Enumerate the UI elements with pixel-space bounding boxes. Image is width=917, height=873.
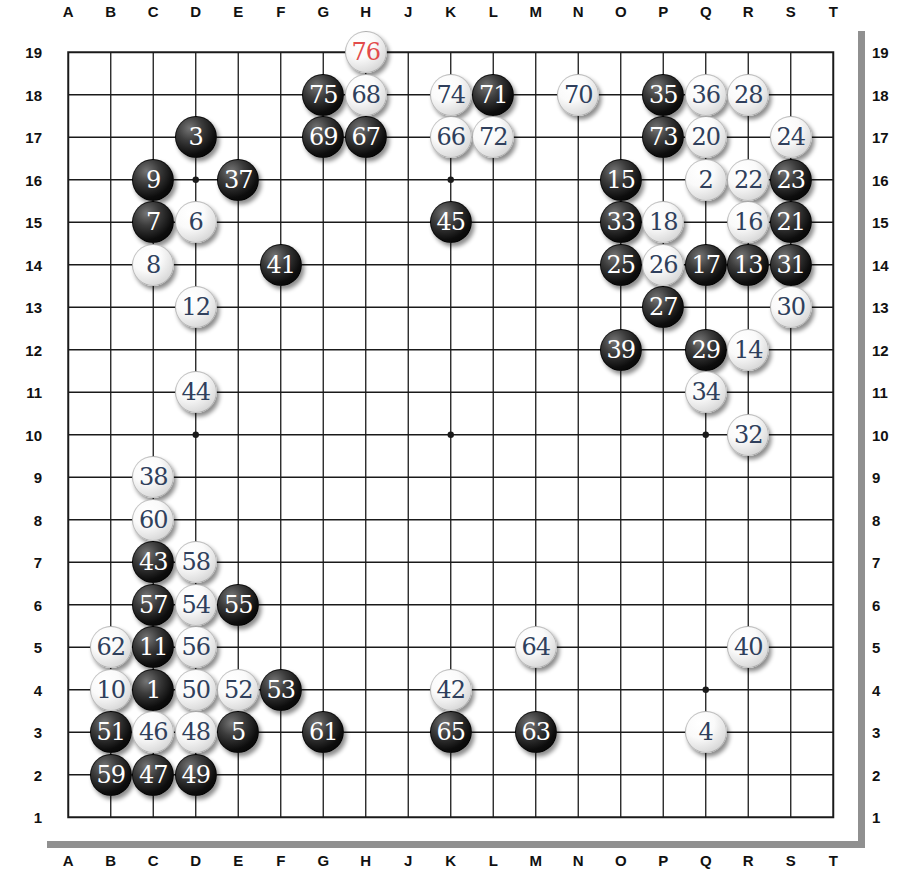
intersection-P16[interactable]	[642, 159, 685, 202]
intersection-T13[interactable]	[812, 286, 855, 329]
intersection-O12[interactable]: 39	[600, 329, 643, 372]
intersection-A14[interactable]	[47, 244, 90, 287]
intersection-K11[interactable]	[430, 371, 473, 414]
intersection-Q15[interactable]	[685, 201, 728, 244]
intersection-G15[interactable]	[302, 201, 345, 244]
intersection-B14[interactable]	[90, 244, 133, 287]
intersection-O3[interactable]	[600, 711, 643, 754]
intersection-C15[interactable]: 7	[132, 201, 175, 244]
intersection-S5[interactable]	[770, 626, 813, 669]
intersection-H3[interactable]	[345, 711, 388, 754]
intersection-E12[interactable]	[217, 329, 260, 372]
intersection-T10[interactable]	[812, 414, 855, 457]
intersection-K19[interactable]	[430, 31, 473, 74]
intersection-D18[interactable]	[175, 74, 218, 117]
intersection-A6[interactable]	[47, 584, 90, 627]
intersection-N8[interactable]	[557, 499, 600, 542]
intersection-T16[interactable]	[812, 159, 855, 202]
intersection-E16[interactable]: 37	[217, 159, 260, 202]
intersection-S9[interactable]	[770, 456, 813, 499]
intersection-L6[interactable]	[472, 584, 515, 627]
intersection-T18[interactable]	[812, 74, 855, 117]
intersection-J10[interactable]	[387, 414, 430, 457]
intersection-B19[interactable]	[90, 31, 133, 74]
intersection-J14[interactable]	[387, 244, 430, 287]
intersection-B6[interactable]	[90, 584, 133, 627]
intersection-L13[interactable]	[472, 286, 515, 329]
intersection-C19[interactable]	[132, 31, 175, 74]
intersection-O13[interactable]	[600, 286, 643, 329]
intersection-E17[interactable]	[217, 116, 260, 159]
intersection-H6[interactable]	[345, 584, 388, 627]
intersection-L12[interactable]	[472, 329, 515, 372]
intersection-E14[interactable]	[217, 244, 260, 287]
intersection-N14[interactable]	[557, 244, 600, 287]
intersection-J8[interactable]	[387, 499, 430, 542]
intersection-K16[interactable]	[430, 159, 473, 202]
intersection-E5[interactable]	[217, 626, 260, 669]
intersection-G10[interactable]	[302, 414, 345, 457]
intersection-F18[interactable]	[260, 74, 303, 117]
intersection-H1[interactable]	[345, 796, 388, 839]
intersection-T4[interactable]	[812, 669, 855, 712]
intersection-R2[interactable]	[727, 754, 770, 797]
intersection-N1[interactable]	[557, 796, 600, 839]
intersection-R4[interactable]	[727, 669, 770, 712]
intersection-L10[interactable]	[472, 414, 515, 457]
intersection-D5[interactable]: 56	[175, 626, 218, 669]
intersection-M16[interactable]	[515, 159, 558, 202]
intersection-F1[interactable]	[260, 796, 303, 839]
intersection-R14[interactable]: 13	[727, 244, 770, 287]
intersection-D14[interactable]	[175, 244, 218, 287]
intersection-S12[interactable]	[770, 329, 813, 372]
intersection-L3[interactable]	[472, 711, 515, 754]
intersection-D19[interactable]	[175, 31, 218, 74]
intersection-C9[interactable]: 38	[132, 456, 175, 499]
intersection-S18[interactable]	[770, 74, 813, 117]
intersection-C10[interactable]	[132, 414, 175, 457]
intersection-A18[interactable]	[47, 74, 90, 117]
intersection-Q7[interactable]	[685, 541, 728, 584]
intersection-S19[interactable]	[770, 31, 813, 74]
intersection-H13[interactable]	[345, 286, 388, 329]
intersection-C4[interactable]: 1	[132, 669, 175, 712]
intersection-H14[interactable]	[345, 244, 388, 287]
intersection-C1[interactable]	[132, 796, 175, 839]
intersection-B9[interactable]	[90, 456, 133, 499]
intersection-H19[interactable]: 76	[345, 31, 388, 74]
intersection-F12[interactable]	[260, 329, 303, 372]
intersection-F3[interactable]	[260, 711, 303, 754]
intersection-L5[interactable]	[472, 626, 515, 669]
intersection-Q12[interactable]: 29	[685, 329, 728, 372]
intersection-H17[interactable]: 67	[345, 116, 388, 159]
intersection-K18[interactable]: 74	[430, 74, 473, 117]
intersection-C17[interactable]	[132, 116, 175, 159]
intersection-B11[interactable]	[90, 371, 133, 414]
intersection-S11[interactable]	[770, 371, 813, 414]
intersection-E9[interactable]	[217, 456, 260, 499]
intersection-L9[interactable]	[472, 456, 515, 499]
intersection-L15[interactable]	[472, 201, 515, 244]
intersection-G1[interactable]	[302, 796, 345, 839]
intersection-M15[interactable]	[515, 201, 558, 244]
intersection-P1[interactable]	[642, 796, 685, 839]
intersection-T2[interactable]	[812, 754, 855, 797]
intersection-O10[interactable]	[600, 414, 643, 457]
intersection-O6[interactable]	[600, 584, 643, 627]
intersection-S7[interactable]	[770, 541, 813, 584]
intersection-F5[interactable]	[260, 626, 303, 669]
intersection-Q13[interactable]	[685, 286, 728, 329]
intersection-M17[interactable]	[515, 116, 558, 159]
intersection-O8[interactable]	[600, 499, 643, 542]
intersection-B2[interactable]: 59	[90, 754, 133, 797]
intersection-N4[interactable]	[557, 669, 600, 712]
intersection-B3[interactable]: 51	[90, 711, 133, 754]
intersection-C2[interactable]: 47	[132, 754, 175, 797]
intersection-H15[interactable]	[345, 201, 388, 244]
intersection-F7[interactable]	[260, 541, 303, 584]
intersection-K8[interactable]	[430, 499, 473, 542]
intersection-Q11[interactable]: 34	[685, 371, 728, 414]
intersection-M9[interactable]	[515, 456, 558, 499]
intersection-Q18[interactable]: 36	[685, 74, 728, 117]
intersection-G11[interactable]	[302, 371, 345, 414]
intersection-A2[interactable]	[47, 754, 90, 797]
intersection-E10[interactable]	[217, 414, 260, 457]
intersection-M3[interactable]: 63	[515, 711, 558, 754]
intersection-K6[interactable]	[430, 584, 473, 627]
intersection-B5[interactable]: 62	[90, 626, 133, 669]
intersection-H18[interactable]: 68	[345, 74, 388, 117]
intersection-A15[interactable]	[47, 201, 90, 244]
intersection-D1[interactable]	[175, 796, 218, 839]
intersection-N19[interactable]	[557, 31, 600, 74]
intersection-C6[interactable]: 57	[132, 584, 175, 627]
intersection-H9[interactable]	[345, 456, 388, 499]
intersection-K15[interactable]: 45	[430, 201, 473, 244]
intersection-S14[interactable]: 31	[770, 244, 813, 287]
intersection-K7[interactable]	[430, 541, 473, 584]
intersection-G12[interactable]	[302, 329, 345, 372]
intersection-A1[interactable]	[47, 796, 90, 839]
intersection-R3[interactable]	[727, 711, 770, 754]
intersection-D10[interactable]	[175, 414, 218, 457]
intersection-L16[interactable]	[472, 159, 515, 202]
intersection-P4[interactable]	[642, 669, 685, 712]
intersection-O17[interactable]	[600, 116, 643, 159]
intersection-S4[interactable]	[770, 669, 813, 712]
intersection-Q8[interactable]	[685, 499, 728, 542]
intersection-H5[interactable]	[345, 626, 388, 669]
intersection-P11[interactable]	[642, 371, 685, 414]
intersection-G19[interactable]	[302, 31, 345, 74]
intersection-P10[interactable]	[642, 414, 685, 457]
intersection-K9[interactable]	[430, 456, 473, 499]
intersection-K3[interactable]: 65	[430, 711, 473, 754]
intersection-R16[interactable]: 22	[727, 159, 770, 202]
intersection-E15[interactable]	[217, 201, 260, 244]
intersection-B4[interactable]: 10	[90, 669, 133, 712]
intersection-K2[interactable]	[430, 754, 473, 797]
intersection-R12[interactable]: 14	[727, 329, 770, 372]
intersection-H4[interactable]	[345, 669, 388, 712]
intersection-G17[interactable]: 69	[302, 116, 345, 159]
intersection-T6[interactable]	[812, 584, 855, 627]
intersection-J7[interactable]	[387, 541, 430, 584]
intersection-S15[interactable]: 21	[770, 201, 813, 244]
intersection-D16[interactable]	[175, 159, 218, 202]
intersection-R17[interactable]	[727, 116, 770, 159]
intersection-M10[interactable]	[515, 414, 558, 457]
intersection-F14[interactable]: 41	[260, 244, 303, 287]
intersection-F16[interactable]	[260, 159, 303, 202]
intersection-D9[interactable]	[175, 456, 218, 499]
intersection-R18[interactable]: 28	[727, 74, 770, 117]
intersection-S8[interactable]	[770, 499, 813, 542]
intersection-M7[interactable]	[515, 541, 558, 584]
intersection-F10[interactable]	[260, 414, 303, 457]
intersection-L14[interactable]	[472, 244, 515, 287]
intersection-O9[interactable]	[600, 456, 643, 499]
intersection-T19[interactable]	[812, 31, 855, 74]
intersection-M13[interactable]	[515, 286, 558, 329]
intersection-E6[interactable]: 55	[217, 584, 260, 627]
intersection-R19[interactable]	[727, 31, 770, 74]
intersection-G6[interactable]	[302, 584, 345, 627]
intersection-A3[interactable]	[47, 711, 90, 754]
intersection-F2[interactable]	[260, 754, 303, 797]
intersection-E7[interactable]	[217, 541, 260, 584]
intersection-A5[interactable]	[47, 626, 90, 669]
intersection-O14[interactable]: 25	[600, 244, 643, 287]
intersection-G16[interactable]	[302, 159, 345, 202]
intersection-D17[interactable]: 3	[175, 116, 218, 159]
intersection-J12[interactable]	[387, 329, 430, 372]
intersection-J11[interactable]	[387, 371, 430, 414]
intersection-S6[interactable]	[770, 584, 813, 627]
intersection-N13[interactable]	[557, 286, 600, 329]
intersection-M11[interactable]	[515, 371, 558, 414]
intersection-P9[interactable]	[642, 456, 685, 499]
intersection-C5[interactable]: 11	[132, 626, 175, 669]
intersection-N7[interactable]	[557, 541, 600, 584]
intersection-R11[interactable]	[727, 371, 770, 414]
intersection-T11[interactable]	[812, 371, 855, 414]
intersection-G2[interactable]	[302, 754, 345, 797]
intersection-O4[interactable]	[600, 669, 643, 712]
intersection-Q14[interactable]: 17	[685, 244, 728, 287]
intersection-N16[interactable]	[557, 159, 600, 202]
intersection-T7[interactable]	[812, 541, 855, 584]
intersection-S16[interactable]: 23	[770, 159, 813, 202]
intersection-R15[interactable]: 16	[727, 201, 770, 244]
intersection-J16[interactable]	[387, 159, 430, 202]
intersection-Q4[interactable]	[685, 669, 728, 712]
intersection-K5[interactable]	[430, 626, 473, 669]
intersection-H11[interactable]	[345, 371, 388, 414]
intersection-A12[interactable]	[47, 329, 90, 372]
intersection-J18[interactable]	[387, 74, 430, 117]
intersection-J5[interactable]	[387, 626, 430, 669]
intersection-O1[interactable]	[600, 796, 643, 839]
intersection-Q6[interactable]	[685, 584, 728, 627]
intersection-Q3[interactable]: 4	[685, 711, 728, 754]
intersection-P14[interactable]: 26	[642, 244, 685, 287]
intersection-J17[interactable]	[387, 116, 430, 159]
intersection-P17[interactable]: 73	[642, 116, 685, 159]
intersection-J19[interactable]	[387, 31, 430, 74]
intersection-A11[interactable]	[47, 371, 90, 414]
intersection-T17[interactable]	[812, 116, 855, 159]
intersection-F8[interactable]	[260, 499, 303, 542]
intersection-C18[interactable]	[132, 74, 175, 117]
intersection-L2[interactable]	[472, 754, 515, 797]
intersection-N15[interactable]	[557, 201, 600, 244]
intersection-Q1[interactable]	[685, 796, 728, 839]
intersection-L4[interactable]	[472, 669, 515, 712]
intersection-N18[interactable]: 70	[557, 74, 600, 117]
intersection-O7[interactable]	[600, 541, 643, 584]
intersection-C13[interactable]	[132, 286, 175, 329]
intersection-E1[interactable]	[217, 796, 260, 839]
intersection-A16[interactable]	[47, 159, 90, 202]
intersection-R5[interactable]: 40	[727, 626, 770, 669]
intersection-N6[interactable]	[557, 584, 600, 627]
intersection-B1[interactable]	[90, 796, 133, 839]
intersection-D12[interactable]	[175, 329, 218, 372]
intersection-O11[interactable]	[600, 371, 643, 414]
intersection-K10[interactable]	[430, 414, 473, 457]
intersection-P18[interactable]: 35	[642, 74, 685, 117]
intersection-R13[interactable]	[727, 286, 770, 329]
intersection-N10[interactable]	[557, 414, 600, 457]
intersection-P8[interactable]	[642, 499, 685, 542]
intersection-T3[interactable]	[812, 711, 855, 754]
intersection-N2[interactable]	[557, 754, 600, 797]
intersection-J2[interactable]	[387, 754, 430, 797]
intersection-F15[interactable]	[260, 201, 303, 244]
intersection-S17[interactable]: 24	[770, 116, 813, 159]
intersection-L7[interactable]	[472, 541, 515, 584]
intersection-Q2[interactable]	[685, 754, 728, 797]
intersection-C12[interactable]	[132, 329, 175, 372]
intersection-K14[interactable]	[430, 244, 473, 287]
intersection-R6[interactable]	[727, 584, 770, 627]
intersection-B7[interactable]	[90, 541, 133, 584]
intersection-M2[interactable]	[515, 754, 558, 797]
intersection-J4[interactable]	[387, 669, 430, 712]
intersection-M4[interactable]	[515, 669, 558, 712]
intersection-S3[interactable]	[770, 711, 813, 754]
intersection-P2[interactable]	[642, 754, 685, 797]
intersection-N11[interactable]	[557, 371, 600, 414]
intersection-D15[interactable]: 6	[175, 201, 218, 244]
intersection-M12[interactable]	[515, 329, 558, 372]
intersection-Q10[interactable]	[685, 414, 728, 457]
intersection-J3[interactable]	[387, 711, 430, 754]
intersection-A13[interactable]	[47, 286, 90, 329]
intersection-E11[interactable]	[217, 371, 260, 414]
intersection-Q17[interactable]: 20	[685, 116, 728, 159]
intersection-K12[interactable]	[430, 329, 473, 372]
intersection-N9[interactable]	[557, 456, 600, 499]
intersection-G8[interactable]	[302, 499, 345, 542]
intersection-H12[interactable]	[345, 329, 388, 372]
intersection-T9[interactable]	[812, 456, 855, 499]
intersection-B13[interactable]	[90, 286, 133, 329]
intersection-K4[interactable]: 42	[430, 669, 473, 712]
intersection-P15[interactable]: 18	[642, 201, 685, 244]
intersection-A8[interactable]	[47, 499, 90, 542]
intersection-D13[interactable]: 12	[175, 286, 218, 329]
intersection-D2[interactable]: 49	[175, 754, 218, 797]
intersection-T14[interactable]	[812, 244, 855, 287]
intersection-F6[interactable]	[260, 584, 303, 627]
intersection-A4[interactable]	[47, 669, 90, 712]
intersection-B8[interactable]	[90, 499, 133, 542]
intersection-D3[interactable]: 48	[175, 711, 218, 754]
intersection-B10[interactable]	[90, 414, 133, 457]
intersection-H10[interactable]	[345, 414, 388, 457]
intersection-K13[interactable]	[430, 286, 473, 329]
intersection-H16[interactable]	[345, 159, 388, 202]
intersection-G3[interactable]: 61	[302, 711, 345, 754]
intersection-D7[interactable]: 58	[175, 541, 218, 584]
intersection-J13[interactable]	[387, 286, 430, 329]
intersection-Q16[interactable]: 2	[685, 159, 728, 202]
intersection-F4[interactable]: 53	[260, 669, 303, 712]
intersection-T12[interactable]	[812, 329, 855, 372]
intersection-P5[interactable]	[642, 626, 685, 669]
intersection-L1[interactable]	[472, 796, 515, 839]
intersection-G9[interactable]	[302, 456, 345, 499]
intersection-L19[interactable]	[472, 31, 515, 74]
intersection-N12[interactable]	[557, 329, 600, 372]
intersection-S2[interactable]	[770, 754, 813, 797]
intersection-D6[interactable]: 54	[175, 584, 218, 627]
intersection-K17[interactable]: 66	[430, 116, 473, 159]
intersection-H2[interactable]	[345, 754, 388, 797]
intersection-T5[interactable]	[812, 626, 855, 669]
intersection-M14[interactable]	[515, 244, 558, 287]
intersection-E4[interactable]: 52	[217, 669, 260, 712]
intersection-F9[interactable]	[260, 456, 303, 499]
intersection-L17[interactable]: 72	[472, 116, 515, 159]
intersection-P19[interactable]	[642, 31, 685, 74]
intersection-C16[interactable]: 9	[132, 159, 175, 202]
intersection-P7[interactable]	[642, 541, 685, 584]
intersection-S10[interactable]	[770, 414, 813, 457]
intersection-E18[interactable]	[217, 74, 260, 117]
intersection-P3[interactable]	[642, 711, 685, 754]
intersection-R7[interactable]	[727, 541, 770, 584]
intersection-M18[interactable]	[515, 74, 558, 117]
intersection-C11[interactable]	[132, 371, 175, 414]
intersection-A9[interactable]	[47, 456, 90, 499]
intersection-J15[interactable]	[387, 201, 430, 244]
intersection-E2[interactable]	[217, 754, 260, 797]
intersection-R10[interactable]: 32	[727, 414, 770, 457]
intersection-Q9[interactable]	[685, 456, 728, 499]
intersection-P12[interactable]	[642, 329, 685, 372]
intersection-M19[interactable]	[515, 31, 558, 74]
intersection-S1[interactable]	[770, 796, 813, 839]
intersection-D11[interactable]: 44	[175, 371, 218, 414]
intersection-B18[interactable]	[90, 74, 133, 117]
